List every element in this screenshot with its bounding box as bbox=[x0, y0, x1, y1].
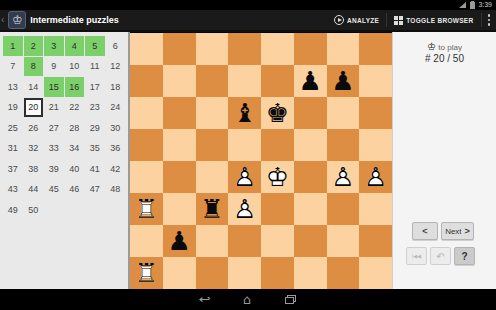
puzzle-cell-31[interactable]: 31 bbox=[3, 139, 23, 159]
undo-icon: ↶ bbox=[436, 251, 444, 262]
undo-move-button[interactable]: ↶ bbox=[430, 247, 451, 265]
white-pawn-piece: ♟♙ bbox=[233, 196, 256, 222]
page-title: Intermediate puzzles bbox=[30, 15, 119, 25]
black-bishop-piece: ♝ bbox=[233, 100, 256, 126]
square-a7[interactable] bbox=[130, 65, 163, 97]
square-f8[interactable] bbox=[294, 33, 327, 65]
puzzle-cell-22[interactable]: 22 bbox=[65, 98, 85, 118]
puzzle-cell-40[interactable]: 40 bbox=[65, 159, 85, 179]
previous-chevron-icon: < bbox=[422, 226, 427, 236]
puzzle-cell-13[interactable]: 13 bbox=[3, 77, 23, 97]
puzzle-cell-28[interactable]: 28 bbox=[65, 118, 85, 138]
android-nav-bar: ↩ ⌂ bbox=[0, 289, 496, 310]
square-f3[interactable] bbox=[294, 193, 327, 225]
puzzle-cell-34[interactable]: 34 bbox=[65, 139, 85, 159]
puzzle-progress: # 20 / 50 bbox=[393, 53, 496, 64]
puzzle-cell-46[interactable]: 46 bbox=[65, 180, 85, 200]
square-c8[interactable] bbox=[196, 33, 229, 65]
square-h8[interactable] bbox=[359, 33, 392, 65]
square-e5[interactable] bbox=[261, 129, 294, 161]
chess-board: ♟♟♝♚♟♙♚♔♟♙♟♙♜♖♜♟♙♟♜♖ bbox=[130, 33, 392, 289]
puzzle-cell-5[interactable]: 5 bbox=[85, 36, 105, 56]
square-b6[interactable] bbox=[163, 97, 196, 129]
puzzle-cell-38[interactable]: 38 bbox=[24, 159, 44, 179]
board-container: ♟♟♝♚♟♙♚♔♟♙♟♙♜♖♜♟♙♟♜♖ bbox=[130, 32, 392, 289]
question-mark-icon: ? bbox=[461, 251, 467, 262]
puzzle-cell-23[interactable]: 23 bbox=[85, 98, 105, 118]
recents-button[interactable] bbox=[285, 295, 296, 304]
side-panel: ♔ to play # 20 / 50 < Next > |◀◀ ↶ ? bbox=[392, 32, 496, 289]
square-a6[interactable] bbox=[130, 97, 163, 129]
square-f2[interactable] bbox=[294, 225, 327, 257]
square-e3[interactable] bbox=[261, 193, 294, 225]
square-g2[interactable] bbox=[327, 225, 360, 257]
puzzle-cell-35[interactable]: 35 bbox=[85, 139, 105, 159]
square-h2[interactable] bbox=[359, 225, 392, 257]
square-e8[interactable] bbox=[261, 33, 294, 65]
square-d8[interactable] bbox=[228, 33, 261, 65]
square-h4[interactable]: ♟♙ bbox=[359, 161, 392, 193]
square-h7[interactable] bbox=[359, 65, 392, 97]
play-circle-icon bbox=[334, 15, 344, 25]
square-e6[interactable]: ♚ bbox=[261, 97, 294, 129]
puzzle-cell-47[interactable]: 47 bbox=[85, 180, 105, 200]
skip-to-start-button[interactable]: |◀◀ bbox=[406, 247, 427, 265]
puzzle-cell-49[interactable]: 49 bbox=[3, 200, 23, 220]
black-king-piece: ♚ bbox=[266, 100, 289, 126]
square-g7[interactable]: ♟ bbox=[327, 65, 360, 97]
square-e7[interactable] bbox=[261, 65, 294, 97]
white-king-icon: ♔ bbox=[427, 41, 436, 52]
square-c2[interactable] bbox=[196, 225, 229, 257]
square-f6[interactable] bbox=[294, 97, 327, 129]
square-a1[interactable]: ♜♖ bbox=[130, 257, 163, 289]
puzzle-cell-1[interactable]: 1 bbox=[3, 36, 23, 56]
puzzle-cell-25[interactable]: 25 bbox=[3, 118, 23, 138]
puzzle-cell-4[interactable]: 4 bbox=[65, 36, 85, 56]
puzzle-cell-6[interactable]: 6 bbox=[106, 36, 126, 56]
overflow-menu-button[interactable] bbox=[482, 10, 496, 30]
grid-icon bbox=[394, 16, 403, 25]
square-g1[interactable] bbox=[327, 257, 360, 289]
puzzle-cell-7[interactable]: 7 bbox=[3, 57, 23, 77]
puzzle-cell-2[interactable]: 2 bbox=[24, 36, 44, 56]
black-pawn-piece: ♟ bbox=[167, 228, 190, 254]
toggle-browser-button[interactable]: TOGGLE BROWSER bbox=[387, 10, 480, 30]
black-pawn-piece: ♟ bbox=[298, 68, 321, 94]
white-rook-piece: ♜♖ bbox=[135, 196, 158, 222]
puzzle-cell-43[interactable]: 43 bbox=[3, 180, 23, 200]
square-g8[interactable] bbox=[327, 33, 360, 65]
cellular-signal-icon bbox=[459, 2, 466, 8]
puzzle-cell-50[interactable]: 50 bbox=[24, 200, 44, 220]
puzzle-cell-44[interactable]: 44 bbox=[24, 180, 44, 200]
puzzle-cell-8[interactable]: 8 bbox=[24, 57, 44, 77]
square-f1[interactable] bbox=[294, 257, 327, 289]
square-a2[interactable] bbox=[130, 225, 163, 257]
square-b7[interactable] bbox=[163, 65, 196, 97]
puzzle-cell-32[interactable]: 32 bbox=[24, 139, 44, 159]
king-logo-icon: ♔ bbox=[12, 13, 23, 27]
puzzle-cell-36[interactable]: 36 bbox=[106, 139, 126, 159]
puzzle-cell-30[interactable]: 30 bbox=[106, 118, 126, 138]
white-pawn-piece: ♟♙ bbox=[331, 164, 354, 190]
square-c7[interactable] bbox=[196, 65, 229, 97]
analyze-button[interactable]: ANALYZE bbox=[327, 10, 386, 30]
puzzle-cell-29[interactable]: 29 bbox=[85, 118, 105, 138]
puzzle-cell-42[interactable]: 42 bbox=[106, 159, 126, 179]
square-d3[interactable]: ♟♙ bbox=[228, 193, 261, 225]
puzzle-cell-14[interactable]: 14 bbox=[24, 77, 44, 97]
hint-button[interactable]: ? bbox=[454, 247, 475, 265]
puzzle-cell-17[interactable]: 17 bbox=[85, 77, 105, 97]
puzzle-cell-21[interactable]: 21 bbox=[44, 98, 64, 118]
square-h5[interactable] bbox=[359, 129, 392, 161]
to-play-label: to play bbox=[438, 43, 462, 52]
action-bar-home[interactable]: ‹ ♔ Intermediate puzzles bbox=[0, 9, 327, 31]
square-b2[interactable]: ♟ bbox=[163, 225, 196, 257]
square-b4[interactable] bbox=[163, 161, 196, 193]
square-a3[interactable]: ♜♖ bbox=[130, 193, 163, 225]
skip-to-start-icon: |◀◀ bbox=[412, 253, 421, 259]
square-e2[interactable] bbox=[261, 225, 294, 257]
puzzle-browser-panel: 1234567891011121314151617181920212223242… bbox=[0, 32, 130, 289]
next-label: Next bbox=[445, 227, 461, 236]
clock-time: 3:39 bbox=[478, 0, 492, 10]
square-d2[interactable] bbox=[228, 225, 261, 257]
square-g4[interactable]: ♟♙ bbox=[327, 161, 360, 193]
analyze-label: ANALYZE bbox=[347, 17, 379, 24]
black-pawn-piece: ♟ bbox=[331, 68, 354, 94]
content: 1234567891011121314151617181920212223242… bbox=[0, 32, 496, 289]
toggle-browser-label: TOGGLE BROWSER bbox=[406, 17, 473, 24]
puzzle-cell-19[interactable]: 19 bbox=[3, 98, 23, 118]
white-pawn-piece: ♟♙ bbox=[233, 164, 256, 190]
square-g6[interactable] bbox=[327, 97, 360, 129]
puzzle-cell-12[interactable]: 12 bbox=[106, 57, 126, 77]
puzzle-cell-9[interactable]: 9 bbox=[44, 57, 64, 77]
app-icon: ♔ bbox=[8, 11, 26, 29]
square-b3[interactable] bbox=[163, 193, 196, 225]
action-bar: ‹ ♔ Intermediate puzzles ANALYZE TOGGLE … bbox=[0, 10, 496, 32]
puzzle-cell-15[interactable]: 15 bbox=[44, 77, 64, 97]
puzzle-cell-24[interactable]: 24 bbox=[106, 98, 126, 118]
puzzle-cell-16[interactable]: 16 bbox=[65, 77, 85, 97]
puzzle-cell-41[interactable]: 41 bbox=[85, 159, 105, 179]
square-a8[interactable] bbox=[130, 33, 163, 65]
square-a4[interactable] bbox=[130, 161, 163, 193]
puzzle-cell-20[interactable]: 20 bbox=[24, 98, 44, 118]
square-g5[interactable] bbox=[327, 129, 360, 161]
puzzle-cell-39[interactable]: 39 bbox=[44, 159, 64, 179]
square-d5[interactable] bbox=[228, 129, 261, 161]
square-a5[interactable] bbox=[130, 129, 163, 161]
square-c1[interactable] bbox=[196, 257, 229, 289]
white-rook-piece: ♜♖ bbox=[135, 260, 158, 286]
square-c4[interactable] bbox=[196, 161, 229, 193]
square-h3[interactable] bbox=[359, 193, 392, 225]
battery-icon bbox=[470, 2, 475, 9]
puzzle-cell-10[interactable]: 10 bbox=[65, 57, 85, 77]
square-d7[interactable] bbox=[228, 65, 261, 97]
puzzle-cell-3[interactable]: 3 bbox=[44, 36, 64, 56]
puzzle-cell-33[interactable]: 33 bbox=[44, 139, 64, 159]
puzzle-cell-45[interactable]: 45 bbox=[44, 180, 64, 200]
back-button[interactable]: ↩ bbox=[198, 294, 210, 305]
square-b5[interactable] bbox=[163, 129, 196, 161]
square-h6[interactable] bbox=[359, 97, 392, 129]
white-king-piece: ♚♔ bbox=[266, 164, 289, 190]
puzzle-cell-37[interactable]: 37 bbox=[3, 159, 23, 179]
puzzle-cell-18[interactable]: 18 bbox=[106, 77, 126, 97]
square-c3[interactable]: ♜ bbox=[196, 193, 229, 225]
next-chevron-icon: > bbox=[465, 226, 470, 236]
puzzle-cell-27[interactable]: 27 bbox=[44, 118, 64, 138]
puzzle-cell-48[interactable]: 48 bbox=[106, 180, 126, 200]
white-pawn-piece: ♟♙ bbox=[364, 164, 387, 190]
square-e1[interactable] bbox=[261, 257, 294, 289]
to-play-indicator: ♔ to play bbox=[393, 41, 496, 52]
square-f5[interactable] bbox=[294, 129, 327, 161]
home-button[interactable]: ⌂ bbox=[243, 293, 251, 306]
previous-puzzle-button[interactable]: < bbox=[412, 222, 438, 240]
puzzle-cell-26[interactable]: 26 bbox=[24, 118, 44, 138]
square-c6[interactable] bbox=[196, 97, 229, 129]
square-f7[interactable]: ♟ bbox=[294, 65, 327, 97]
square-d4[interactable]: ♟♙ bbox=[228, 161, 261, 193]
action-bar-actions: ANALYZE TOGGLE BROWSER bbox=[327, 10, 496, 30]
square-d1[interactable] bbox=[228, 257, 261, 289]
square-d6[interactable]: ♝ bbox=[228, 97, 261, 129]
square-g3[interactable] bbox=[327, 193, 360, 225]
square-c5[interactable] bbox=[196, 129, 229, 161]
square-b8[interactable] bbox=[163, 33, 196, 65]
square-h1[interactable] bbox=[359, 257, 392, 289]
square-b1[interactable] bbox=[163, 257, 196, 289]
puzzle-number-grid: 1234567891011121314151617181920212223242… bbox=[3, 36, 128, 220]
up-caret-icon: ‹ bbox=[1, 9, 4, 31]
puzzle-cell-11[interactable]: 11 bbox=[85, 57, 105, 77]
app-screen: 3:39 ‹ ♔ Intermediate puzzles ANALYZE TO… bbox=[0, 0, 496, 310]
square-f4[interactable] bbox=[294, 161, 327, 193]
square-e4[interactable]: ♚♔ bbox=[261, 161, 294, 193]
black-rook-piece: ♜ bbox=[200, 196, 223, 222]
next-puzzle-button[interactable]: Next > bbox=[441, 222, 474, 240]
